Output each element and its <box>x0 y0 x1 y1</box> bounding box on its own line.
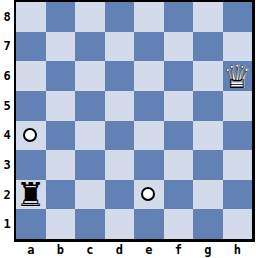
file-label-c: c <box>75 241 105 258</box>
file-label-b: b <box>46 241 76 258</box>
square-e7[interactable] <box>134 32 164 62</box>
square-a8[interactable] <box>16 2 46 32</box>
square-h6[interactable]: ♛♕ <box>223 61 253 91</box>
circle-marker-e2[interactable] <box>141 187 155 201</box>
square-g4[interactable] <box>193 121 223 151</box>
file-labels: abcdefgh <box>16 241 252 258</box>
square-b1[interactable] <box>46 209 76 239</box>
square-b8[interactable] <box>46 2 76 32</box>
square-a6[interactable] <box>16 61 46 91</box>
square-b5[interactable] <box>46 91 76 121</box>
square-a4[interactable] <box>16 121 46 151</box>
square-e8[interactable] <box>134 2 164 32</box>
square-f7[interactable] <box>164 32 194 62</box>
black-rook[interactable]: ♜ <box>16 180 46 210</box>
square-c4[interactable] <box>75 121 105 151</box>
square-h7[interactable] <box>223 32 253 62</box>
square-f2[interactable] <box>164 180 194 210</box>
square-b3[interactable] <box>46 150 76 180</box>
rank-labels: 87654321 <box>0 2 14 239</box>
square-c2[interactable] <box>75 180 105 210</box>
square-c7[interactable] <box>75 32 105 62</box>
square-d6[interactable] <box>105 61 135 91</box>
square-b6[interactable] <box>46 61 76 91</box>
square-d8[interactable] <box>105 2 135 32</box>
square-b4[interactable] <box>46 121 76 151</box>
file-label-a: a <box>16 241 46 258</box>
square-g2[interactable] <box>193 180 223 210</box>
square-e5[interactable] <box>134 91 164 121</box>
square-c3[interactable] <box>75 150 105 180</box>
square-h5[interactable] <box>223 91 253 121</box>
square-d4[interactable] <box>105 121 135 151</box>
square-f6[interactable] <box>164 61 194 91</box>
square-h2[interactable] <box>223 180 253 210</box>
circle-marker-a4[interactable] <box>23 128 37 142</box>
square-c6[interactable] <box>75 61 105 91</box>
square-e1[interactable] <box>134 209 164 239</box>
rank-label-1: 1 <box>0 209 14 239</box>
square-e2[interactable] <box>134 180 164 210</box>
square-e4[interactable] <box>134 121 164 151</box>
square-h1[interactable] <box>223 209 253 239</box>
chess-board-diagram: 87654321 ♛♕♜ abcdefgh <box>0 0 256 258</box>
square-b7[interactable] <box>46 32 76 62</box>
rank-label-3: 3 <box>0 150 14 180</box>
square-h8[interactable] <box>223 2 253 32</box>
square-a2[interactable]: ♜ <box>16 180 46 210</box>
square-c8[interactable] <box>75 2 105 32</box>
square-c1[interactable] <box>75 209 105 239</box>
square-f1[interactable] <box>164 209 194 239</box>
square-d2[interactable] <box>105 180 135 210</box>
file-label-g: g <box>193 241 223 258</box>
white-queen-fill: ♛ <box>223 61 253 91</box>
square-h4[interactable] <box>223 121 253 151</box>
rank-label-8: 8 <box>0 2 14 32</box>
file-label-d: d <box>105 241 135 258</box>
rank-label-5: 5 <box>0 91 14 121</box>
square-e6[interactable] <box>134 61 164 91</box>
square-g3[interactable] <box>193 150 223 180</box>
square-d1[interactable] <box>105 209 135 239</box>
square-b2[interactable] <box>46 180 76 210</box>
square-g5[interactable] <box>193 91 223 121</box>
square-a5[interactable] <box>16 91 46 121</box>
square-c5[interactable] <box>75 91 105 121</box>
rank-label-2: 2 <box>0 180 14 210</box>
square-f4[interactable] <box>164 121 194 151</box>
square-d7[interactable] <box>105 32 135 62</box>
square-a1[interactable] <box>16 209 46 239</box>
rank-label-7: 7 <box>0 32 14 62</box>
square-f8[interactable] <box>164 2 194 32</box>
square-g7[interactable] <box>193 32 223 62</box>
square-g1[interactable] <box>193 209 223 239</box>
square-d5[interactable] <box>105 91 135 121</box>
file-label-e: e <box>134 241 164 258</box>
square-h3[interactable] <box>223 150 253 180</box>
square-a3[interactable] <box>16 150 46 180</box>
square-e3[interactable] <box>134 150 164 180</box>
rank-label-6: 6 <box>0 61 14 91</box>
square-g8[interactable] <box>193 2 223 32</box>
file-label-h: h <box>223 241 253 258</box>
square-f3[interactable] <box>164 150 194 180</box>
square-f5[interactable] <box>164 91 194 121</box>
chess-board: ♛♕♜ <box>14 0 255 242</box>
rank-label-4: 4 <box>0 121 14 151</box>
square-g6[interactable] <box>193 61 223 91</box>
square-a7[interactable] <box>16 32 46 62</box>
square-d3[interactable] <box>105 150 135 180</box>
file-label-f: f <box>164 241 194 258</box>
white-queen[interactable]: ♕ <box>223 61 253 91</box>
